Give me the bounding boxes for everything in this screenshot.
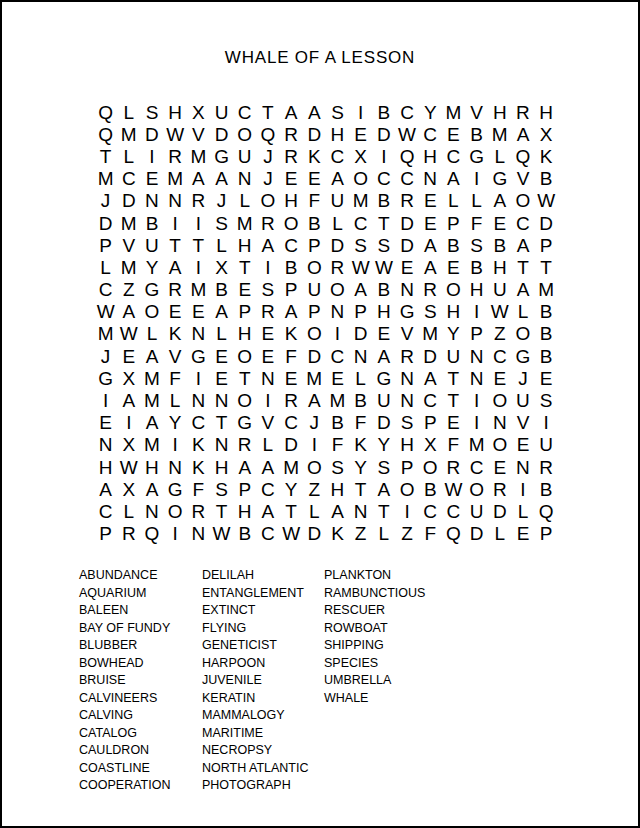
grid-cell: N — [465, 345, 488, 367]
word-list-item: AQUARIUM — [79, 585, 202, 603]
grid-cell: F — [349, 412, 372, 434]
grid-cell: C — [395, 168, 418, 190]
grid-cell: M — [187, 145, 210, 167]
grid-cell: T — [511, 256, 534, 278]
word-list-item: GENETICIST — [202, 637, 324, 655]
grid-cell: L — [303, 500, 326, 522]
grid-cell: O — [349, 168, 372, 190]
grid-cell: E — [233, 279, 256, 301]
word-list-item: WHALE — [324, 690, 425, 708]
grid-cell: D — [280, 434, 303, 456]
grid-cell: U — [326, 190, 349, 212]
grid-cell: O — [233, 345, 256, 367]
grid-cell: W — [117, 456, 140, 478]
grid-cell: M — [164, 168, 187, 190]
grid-cell: E — [488, 367, 511, 389]
grid-cell: E — [256, 323, 279, 345]
grid-cell: S — [372, 234, 395, 256]
grid-cell: O — [326, 279, 349, 301]
grid-cell: K — [280, 323, 303, 345]
word-list-item: KERATIN — [202, 690, 324, 708]
grid-cell: E — [210, 345, 233, 367]
grid-cell: L — [372, 523, 395, 545]
grid-cell: T — [280, 500, 303, 522]
grid-cell: K — [349, 434, 372, 456]
grid-cell: H — [233, 323, 256, 345]
grid-cell: U — [488, 279, 511, 301]
grid-cell: X — [187, 101, 210, 123]
grid-cell: H — [419, 145, 442, 167]
grid-cell: E — [256, 345, 279, 367]
grid-cell: C — [117, 168, 140, 190]
grid-cell: B — [442, 234, 465, 256]
grid-cell: N — [326, 301, 349, 323]
grid-cell: X — [419, 434, 442, 456]
word-list-item: CAULDRON — [79, 742, 202, 760]
grid-cell: I — [465, 168, 488, 190]
grid-cell: D — [395, 234, 418, 256]
grid-cell: I — [164, 434, 187, 456]
grid-cell: D — [535, 212, 558, 234]
word-list-item: CALVING — [79, 707, 202, 725]
grid-cell: E — [419, 212, 442, 234]
grid-cell: L — [442, 190, 465, 212]
grid-cell: P — [233, 301, 256, 323]
grid-cell: S — [465, 234, 488, 256]
grid-cell: A — [372, 478, 395, 500]
grid-cell: X — [117, 367, 140, 389]
grid-cell: O — [395, 478, 418, 500]
grid-cell: O — [256, 190, 279, 212]
grid-cell: N — [511, 456, 534, 478]
grid-cell: S — [140, 101, 163, 123]
grid-cell: S — [210, 478, 233, 500]
grid-cell: Z — [488, 323, 511, 345]
word-list-item: SHIPPING — [324, 637, 425, 655]
grid-cell: R — [256, 301, 279, 323]
grid-cell: A — [256, 500, 279, 522]
grid-cell: Y — [442, 323, 465, 345]
grid-cell: N — [488, 412, 511, 434]
grid-cell: J — [94, 345, 117, 367]
grid-cell: A — [117, 301, 140, 323]
grid-cell: Q — [511, 145, 534, 167]
grid-cell: R — [280, 123, 303, 145]
grid-cell: G — [488, 168, 511, 190]
grid-cell: Q — [140, 523, 163, 545]
grid-cell: E — [210, 367, 233, 389]
grid-cell: O — [164, 500, 187, 522]
grid-cell: K — [187, 434, 210, 456]
grid-cell: U — [210, 101, 233, 123]
grid-cell: B — [419, 478, 442, 500]
word-list-item: MARITIME — [202, 725, 324, 743]
word-list: ABUNDANCEAQUARIUMBALEENBAY OF FUNDYBLUBB… — [79, 567, 425, 795]
grid-cell: G — [233, 412, 256, 434]
grid-cell: R — [164, 279, 187, 301]
grid-cell: L — [94, 256, 117, 278]
grid-cell: R — [187, 500, 210, 522]
grid-cell: O — [303, 323, 326, 345]
grid-cell: W — [349, 256, 372, 278]
grid-cell: L — [326, 212, 349, 234]
grid-cell: V — [395, 323, 418, 345]
grid-cell: R — [117, 523, 140, 545]
grid-cell: O — [511, 323, 534, 345]
grid-cell: P — [303, 301, 326, 323]
grid-cell: H — [210, 456, 233, 478]
grid-cell: M — [94, 168, 117, 190]
grid-cell: E — [280, 367, 303, 389]
grid-cell: E — [395, 256, 418, 278]
grid-cell: T — [210, 412, 233, 434]
grid-cell: C — [511, 212, 534, 234]
grid-cell: O — [303, 456, 326, 478]
word-list-item: PHOTOGRAPH — [202, 777, 324, 795]
word-list-item: BAY OF FUNDY — [79, 620, 202, 638]
grid-cell: L — [488, 523, 511, 545]
word-list-item: NORTH ATLANTIC — [202, 760, 324, 778]
grid-cell: Y — [164, 412, 187, 434]
grid-cell: S — [535, 389, 558, 411]
grid-cell: M — [303, 367, 326, 389]
grid-cell: B — [535, 323, 558, 345]
grid-cell: H — [326, 123, 349, 145]
grid-cell: K — [187, 456, 210, 478]
grid-cell: W — [488, 301, 511, 323]
grid-cell: B — [372, 101, 395, 123]
grid-cell: G — [94, 367, 117, 389]
word-search-grid: QLSHXUCTAASIBCYMVHRHQMDWVDOQRDHEDWCEBMAX… — [94, 101, 558, 545]
grid-cell: L — [210, 323, 233, 345]
grid-cell: S — [372, 456, 395, 478]
grid-cell: N — [187, 389, 210, 411]
grid-cell: W — [210, 523, 233, 545]
grid-cell: R — [233, 434, 256, 456]
grid-cell: R — [280, 145, 303, 167]
grid-cell: K — [535, 145, 558, 167]
grid-cell: I — [535, 412, 558, 434]
grid-cell: S — [349, 234, 372, 256]
grid-cell: Z — [303, 478, 326, 500]
grid-cell: H — [395, 434, 418, 456]
grid-cell: A — [303, 101, 326, 123]
grid-cell: C — [280, 412, 303, 434]
grid-cell: D — [303, 123, 326, 145]
word-list-item: ABUNDANCE — [79, 567, 202, 585]
grid-cell: D — [395, 212, 418, 234]
grid-cell: A — [326, 500, 349, 522]
grid-cell: N — [140, 190, 163, 212]
grid-cell: T — [372, 212, 395, 234]
grid-cell: J — [511, 367, 534, 389]
grid-cell: E — [419, 190, 442, 212]
grid-cell: X — [117, 434, 140, 456]
word-list-item: BOWHEAD — [79, 655, 202, 673]
grid-cell: Q — [94, 123, 117, 145]
grid-cell: N — [465, 367, 488, 389]
word-list-item: JUVENILE — [202, 672, 324, 690]
word-list-item: FLYING — [202, 620, 324, 638]
word-list-item: ENTANGLEMENT — [202, 585, 324, 603]
grid-cell: N — [210, 389, 233, 411]
grid-cell: G — [511, 345, 534, 367]
grid-cell: A — [140, 412, 163, 434]
grid-cell: N — [349, 500, 372, 522]
grid-cell: N — [187, 323, 210, 345]
grid-cell: L — [465, 190, 488, 212]
grid-cell: D — [326, 234, 349, 256]
grid-cell: W — [117, 323, 140, 345]
grid-cell: L — [511, 301, 534, 323]
grid-cell: M — [280, 456, 303, 478]
grid-cell: T — [256, 101, 279, 123]
grid-cell: C — [349, 212, 372, 234]
grid-cell: B — [326, 412, 349, 434]
grid-cell: N — [164, 190, 187, 212]
grid-cell: S — [326, 456, 349, 478]
grid-cell: J — [256, 168, 279, 190]
grid-cell: X — [349, 145, 372, 167]
grid-cell: F — [419, 523, 442, 545]
grid-cell: H — [164, 101, 187, 123]
grid-cell: R — [511, 101, 534, 123]
grid-cell: R — [395, 190, 418, 212]
grid-cell: T — [233, 256, 256, 278]
grid-cell: G — [395, 301, 418, 323]
grid-cell: P — [442, 212, 465, 234]
grid-cell: T — [94, 145, 117, 167]
grid-cell: V — [511, 168, 534, 190]
grid-cell: S — [395, 412, 418, 434]
word-list-item: ROWBOAT — [324, 620, 425, 638]
grid-cell: D — [210, 123, 233, 145]
grid-cell: D — [349, 323, 372, 345]
grid-cell: I — [395, 500, 418, 522]
word-list-item: BRUISE — [79, 672, 202, 690]
grid-cell: L — [117, 500, 140, 522]
grid-cell: A — [326, 168, 349, 190]
grid-cell: V — [164, 345, 187, 367]
grid-cell: C — [442, 145, 465, 167]
grid-cell: A — [280, 101, 303, 123]
grid-cell: C — [256, 523, 279, 545]
grid-cell: D — [303, 523, 326, 545]
grid-cell: X — [117, 478, 140, 500]
word-list-column-3: PLANKTONRAMBUNCTIOUSRESCUERROWBOATSHIPPI… — [324, 567, 425, 707]
grid-cell: H — [465, 279, 488, 301]
grid-cell: I — [326, 323, 349, 345]
grid-cell: L — [164, 389, 187, 411]
grid-cell: A — [210, 168, 233, 190]
grid-cell: O — [419, 456, 442, 478]
grid-cell: M — [488, 123, 511, 145]
grid-cell: I — [140, 145, 163, 167]
grid-cell: C — [94, 279, 117, 301]
grid-cell: U — [535, 434, 558, 456]
grid-cell: B — [210, 279, 233, 301]
grid-cell: D — [419, 345, 442, 367]
grid-cell: U — [511, 389, 534, 411]
grid-cell: E — [511, 434, 534, 456]
grid-cell: T — [233, 367, 256, 389]
grid-cell: H — [233, 500, 256, 522]
grid-cell: H — [488, 256, 511, 278]
grid-cell: A — [511, 123, 534, 145]
grid-cell: G — [140, 279, 163, 301]
grid-cell: H — [94, 456, 117, 478]
grid-cell: H — [372, 301, 395, 323]
word-list-item: COOPERATION — [79, 777, 202, 795]
word-list-item: UMBRELLA — [324, 672, 425, 690]
word-list-item: BLUBBER — [79, 637, 202, 655]
grid-cell: Z — [117, 279, 140, 301]
grid-cell: O — [488, 434, 511, 456]
word-list-item: CATALOG — [79, 725, 202, 743]
grid-cell: B — [140, 212, 163, 234]
grid-cell: V — [187, 123, 210, 145]
grid-cell: E — [303, 168, 326, 190]
grid-cell: Z — [395, 523, 418, 545]
grid-cell: O — [488, 389, 511, 411]
grid-cell: N — [140, 500, 163, 522]
grid-cell: L — [349, 367, 372, 389]
grid-cell: O — [303, 256, 326, 278]
grid-cell: A — [256, 456, 279, 478]
grid-cell: N — [256, 367, 279, 389]
grid-cell: C — [419, 389, 442, 411]
grid-cell: P — [419, 412, 442, 434]
grid-cell: N — [187, 523, 210, 545]
grid-cell: L — [488, 145, 511, 167]
grid-cell: U — [442, 345, 465, 367]
grid-cell: O — [442, 279, 465, 301]
grid-cell: I — [94, 389, 117, 411]
grid-cell: Q — [535, 500, 558, 522]
puzzle-title: WHALE OF A LESSON — [2, 48, 638, 68]
grid-cell: E — [442, 256, 465, 278]
grid-cell: Y — [280, 478, 303, 500]
word-list-item: PLANKTON — [324, 567, 425, 585]
grid-cell: M — [117, 212, 140, 234]
grid-cell: I — [465, 412, 488, 434]
grid-cell: I — [465, 301, 488, 323]
word-list-item: BALEEN — [79, 602, 202, 620]
grid-cell: P — [535, 234, 558, 256]
grid-cell: R — [488, 478, 511, 500]
grid-cell: M — [326, 389, 349, 411]
grid-cell: E — [280, 168, 303, 190]
grid-cell: C — [233, 101, 256, 123]
grid-cell: Y — [349, 456, 372, 478]
grid-cell: K — [303, 145, 326, 167]
grid-cell: I — [303, 434, 326, 456]
grid-cell: E — [187, 301, 210, 323]
grid-cell: M — [117, 256, 140, 278]
grid-cell: C — [256, 478, 279, 500]
grid-cell: P — [465, 323, 488, 345]
grid-cell: P — [535, 523, 558, 545]
grid-cell: B — [465, 256, 488, 278]
grid-cell: C — [326, 345, 349, 367]
word-list-item: NECROPSY — [202, 742, 324, 760]
grid-cell: B — [233, 523, 256, 545]
grid-cell: X — [535, 123, 558, 145]
grid-cell: V — [256, 412, 279, 434]
grid-cell: N — [210, 434, 233, 456]
grid-cell: H — [442, 301, 465, 323]
grid-cell: H — [488, 101, 511, 123]
grid-cell: E — [349, 123, 372, 145]
grid-cell: F — [465, 212, 488, 234]
grid-cell: I — [511, 478, 534, 500]
word-list-item: SPECIES — [324, 655, 425, 673]
grid-cell: H — [326, 478, 349, 500]
grid-cell: I — [164, 212, 187, 234]
grid-cell: I — [256, 256, 279, 278]
grid-cell: S — [326, 101, 349, 123]
grid-cell: A — [419, 234, 442, 256]
grid-cell: G — [164, 478, 187, 500]
grid-cell: I — [349, 101, 372, 123]
grid-cell: C — [419, 500, 442, 522]
grid-cell: W — [395, 123, 418, 145]
grid-cell: G — [187, 345, 210, 367]
grid-cell: C — [280, 234, 303, 256]
grid-cell: A — [140, 345, 163, 367]
grid-cell: H — [140, 456, 163, 478]
grid-cell: S — [256, 279, 279, 301]
grid-cell: T — [164, 234, 187, 256]
grid-cell: P — [395, 456, 418, 478]
grid-cell: T — [187, 234, 210, 256]
grid-cell: M — [465, 434, 488, 456]
grid-cell: G — [372, 367, 395, 389]
grid-cell: W — [280, 523, 303, 545]
grid-cell: Y — [372, 434, 395, 456]
grid-cell: B — [535, 345, 558, 367]
grid-cell: N — [164, 456, 187, 478]
grid-cell: R — [419, 279, 442, 301]
grid-cell: G — [210, 145, 233, 167]
grid-cell: I — [372, 145, 395, 167]
word-list-item: DELILAH — [202, 567, 324, 585]
grid-cell: W — [442, 478, 465, 500]
grid-cell: A — [372, 345, 395, 367]
grid-cell: T — [442, 367, 465, 389]
grid-cell: L — [117, 101, 140, 123]
grid-cell: B — [303, 212, 326, 234]
grid-cell: A — [280, 301, 303, 323]
grid-cell: D — [465, 523, 488, 545]
grid-cell: I — [117, 412, 140, 434]
grid-cell: I — [256, 389, 279, 411]
grid-cell: O — [465, 478, 488, 500]
grid-cell: W — [94, 301, 117, 323]
grid-cell: D — [117, 190, 140, 212]
grid-cell: E — [372, 323, 395, 345]
grid-cell: E — [326, 367, 349, 389]
grid-cell: P — [280, 279, 303, 301]
grid-cell: J — [303, 412, 326, 434]
grid-cell: D — [372, 412, 395, 434]
grid-cell: N — [94, 434, 117, 456]
grid-cell: R — [535, 456, 558, 478]
word-list-item: MAMMALOGY — [202, 707, 324, 725]
word-list-column-2: DELILAHENTANGLEMENTEXTINCTFLYINGGENETICI… — [202, 567, 324, 795]
word-list-item: EXTINCT — [202, 602, 324, 620]
grid-cell: E — [117, 345, 140, 367]
